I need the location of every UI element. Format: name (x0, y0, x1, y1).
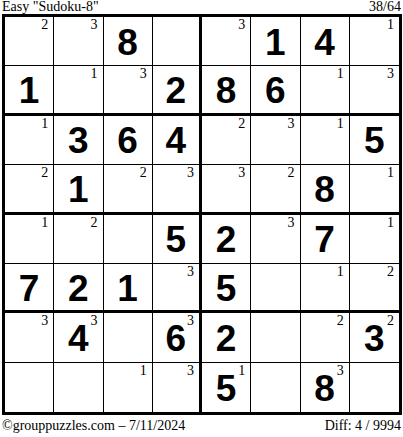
given-digit: 1 (54, 165, 102, 211)
pencil-mark: 3 (41, 314, 48, 328)
cell-r2c6: 6 (251, 66, 300, 115)
cell-r5c2: 2 (54, 215, 103, 264)
pencil-mark: 1 (238, 364, 245, 378)
given-digit: 2 (153, 66, 199, 112)
cell-r5c4: 5 (153, 215, 202, 264)
given-digit: 8 (301, 165, 349, 211)
cell-r3c2: 3 (54, 116, 103, 165)
pencil-mark: 2 (387, 314, 394, 328)
cell-r2c3: 3 (104, 66, 153, 115)
header: Easy "Sudoku-8" 38/64 (2, 0, 401, 13)
cell-r8c4: 3 (153, 363, 202, 412)
pencil-mark: 3 (238, 18, 245, 32)
cell-r7c8: 32 (350, 313, 399, 362)
cell-r8c1 (5, 363, 54, 412)
pencil-mark: 1 (387, 216, 394, 230)
cell-r1c8: 1 (350, 17, 399, 66)
cell-r7c6 (251, 313, 300, 362)
cell-r3c5: 2 (202, 116, 251, 165)
pencil-mark: 3 (91, 314, 98, 328)
pencil-mark: 3 (387, 67, 394, 81)
cell-r7c3 (104, 313, 153, 362)
pencil-mark: 3 (337, 364, 344, 378)
cell-r3c1: 1 (5, 116, 54, 165)
pencil-mark: 1 (337, 67, 344, 81)
pencil-mark: 3 (187, 364, 194, 378)
puzzle-title: Easy "Sudoku-8" (2, 0, 99, 13)
cell-r8c8 (350, 363, 399, 412)
pencil-mark: 2 (91, 216, 98, 230)
given-digit: 8 (202, 66, 250, 112)
given-digit: 5 (350, 116, 399, 164)
pencil-mark: 2 (41, 18, 48, 32)
pencil-mark: 1 (91, 67, 98, 81)
cell-r1c7: 4 (301, 17, 350, 66)
given-digit: 5 (202, 264, 250, 310)
cell-r5c8: 1 (350, 215, 399, 264)
pencil-mark: 3 (187, 314, 194, 328)
given-digit: 6 (104, 116, 152, 164)
cell-r4c8: 1 (350, 165, 399, 214)
puzzle-page: Easy "Sudoku-8" 38/64 238314111328613136… (0, 0, 403, 437)
cell-r5c1: 1 (5, 215, 54, 264)
cell-r7c2: 43 (54, 313, 103, 362)
cell-r4c6: 2 (251, 165, 300, 214)
given-digit: 6 (251, 66, 299, 112)
cell-r2c5: 8 (202, 66, 251, 115)
cell-r1c2: 3 (54, 17, 103, 66)
cell-r5c3 (104, 215, 153, 264)
cell-r3c8: 5 (350, 116, 399, 165)
cell-r6c7: 1 (301, 264, 350, 313)
pencil-mark: 3 (91, 18, 98, 32)
given-digit: 1 (251, 17, 299, 65)
cell-r6c1: 7 (5, 264, 54, 313)
cell-r8c2 (54, 363, 103, 412)
cell-r3c6: 3 (251, 116, 300, 165)
cell-r3c4: 4 (153, 116, 202, 165)
pencil-mark: 1 (41, 117, 48, 131)
cell-r5c5: 2 (202, 215, 251, 264)
pencil-mark: 2 (41, 166, 48, 180)
pencil-mark: 1 (41, 216, 48, 230)
pencil-mark: 3 (187, 265, 194, 279)
cell-r3c7: 1 (301, 116, 350, 165)
pencil-mark: 3 (140, 67, 147, 81)
cell-r4c5: 3 (202, 165, 251, 214)
cell-r2c1: 1 (5, 66, 54, 115)
given-digit: 2 (202, 215, 250, 263)
cell-r5c7: 7 (301, 215, 350, 264)
cell-r8c7: 83 (301, 363, 350, 412)
pencil-mark: 3 (238, 166, 245, 180)
copyright-text: ©grouppuzzles.com – 7/11/2024 (2, 419, 185, 433)
cell-r6c3: 1 (104, 264, 153, 313)
footer: ©grouppuzzles.com – 7/11/2024 Diff: 4 / … (2, 419, 401, 433)
cell-r6c4: 3 (153, 264, 202, 313)
pencil-mark: 2 (337, 314, 344, 328)
cell-r6c5: 5 (202, 264, 251, 313)
given-digit: 7 (5, 264, 53, 310)
progress-counter: 38/64 (369, 0, 401, 13)
cell-r2c4: 2 (153, 66, 202, 115)
cell-r7c4: 63 (153, 313, 202, 362)
cell-r6c8: 2 (350, 264, 399, 313)
cell-r4c4: 3 (153, 165, 202, 214)
pencil-mark: 1 (140, 364, 147, 378)
cell-r2c8: 3 (350, 66, 399, 115)
given-digit: 8 (104, 17, 152, 65)
cell-r1c4 (153, 17, 202, 66)
given-digit: 2 (202, 313, 250, 361)
cell-r7c7: 2 (301, 313, 350, 362)
pencil-mark: 2 (387, 265, 394, 279)
cell-r2c2: 1 (54, 66, 103, 115)
pencil-mark: 2 (288, 166, 295, 180)
given-digit: 4 (153, 116, 199, 164)
cell-r8c5: 51 (202, 363, 251, 412)
given-digit: 1 (5, 66, 53, 112)
cell-r7c1: 3 (5, 313, 54, 362)
cell-r6c6 (251, 264, 300, 313)
given-digit: 4 (301, 17, 349, 65)
given-digit (350, 363, 399, 412)
pencil-mark: 3 (288, 216, 295, 230)
cell-r1c1: 2 (5, 17, 54, 66)
cell-r4c1: 2 (5, 165, 54, 214)
cell-r4c3: 2 (104, 165, 153, 214)
given-digit: 1 (104, 264, 152, 310)
pencil-mark: 1 (387, 166, 394, 180)
cell-r6c2: 2 (54, 264, 103, 313)
given-digit: 3 (54, 116, 102, 164)
pencil-mark: 1 (337, 117, 344, 131)
given-digit: 7 (301, 215, 349, 263)
given-digit: 5 (153, 215, 199, 263)
cell-r1c5: 3 (202, 17, 251, 66)
cell-r5c6: 3 (251, 215, 300, 264)
cell-r2c7: 1 (301, 66, 350, 115)
sudoku-board: 2383141113286131364231521233281125237172… (2, 14, 402, 415)
cell-r4c2: 1 (54, 165, 103, 214)
pencil-mark: 2 (238, 117, 245, 131)
pencil-mark: 1 (337, 265, 344, 279)
difficulty-text: Diff: 4 / 9994 (325, 419, 401, 433)
cell-r8c6 (251, 363, 300, 412)
cell-r4c7: 8 (301, 165, 350, 214)
cell-r1c6: 1 (251, 17, 300, 66)
cell-r3c3: 6 (104, 116, 153, 165)
pencil-mark: 3 (288, 117, 295, 131)
given-digit: 2 (54, 264, 102, 310)
cell-r8c3: 1 (104, 363, 153, 412)
pencil-mark: 3 (187, 166, 194, 180)
cell-r7c5: 2 (202, 313, 251, 362)
pencil-mark: 2 (140, 166, 147, 180)
cell-r1c3: 8 (104, 17, 153, 66)
pencil-mark: 1 (387, 18, 394, 32)
